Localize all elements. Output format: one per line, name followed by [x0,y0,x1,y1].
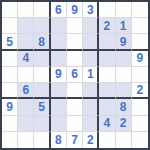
cell-r1c8[interactable] [116,2,132,18]
cell-r4c9[interactable]: 9 [132,51,148,67]
cell-r6c4[interactable] [51,83,67,99]
cell-r4c3[interactable] [34,51,50,67]
cell-r4c1[interactable] [2,51,18,67]
given-digit: 5 [6,36,13,48]
cell-r9c3[interactable] [34,132,50,148]
cell-r3c7[interactable] [99,34,115,50]
given-digit: 9 [6,101,13,113]
cell-r7c6[interactable] [83,99,99,115]
cell-r6c9[interactable]: 2 [132,83,148,99]
cell-r6c8[interactable] [116,83,132,99]
given-digit: 2 [120,117,127,129]
cell-r8c7[interactable]: 4 [99,116,115,132]
cell-r1c9[interactable] [132,2,148,18]
cell-r7c8[interactable]: 8 [116,99,132,115]
cell-r8c5[interactable] [67,116,83,132]
cell-r5c4[interactable]: 9 [51,67,67,83]
cell-r3c2[interactable] [18,34,34,50]
cell-r6c1[interactable] [2,83,18,99]
cell-r7c9[interactable] [132,99,148,115]
cell-r2c4[interactable] [51,18,67,34]
cell-r3c3[interactable]: 8 [34,34,50,50]
cell-r9c7[interactable] [99,132,115,148]
cell-r4c8[interactable] [116,51,132,67]
cell-r2c6[interactable] [83,18,99,34]
cell-r5c2[interactable] [18,67,34,83]
cell-r4c5[interactable] [67,51,83,67]
cell-r2c1[interactable] [2,18,18,34]
cell-r2c8[interactable]: 1 [116,18,132,34]
cell-r9c8[interactable] [116,132,132,148]
cell-r8c2[interactable] [18,116,34,132]
cell-r3c4[interactable] [51,34,67,50]
cell-r6c5[interactable] [67,83,83,99]
given-digit: 2 [87,134,94,146]
cell-r3c6[interactable] [83,34,99,50]
given-digit: 1 [87,68,94,80]
cell-r1c7[interactable] [99,2,115,18]
given-digit: 7 [71,134,78,146]
cell-r5c9[interactable] [132,67,148,83]
cell-r4c2[interactable]: 4 [18,51,34,67]
cell-r2c2[interactable] [18,18,34,34]
given-digit: 4 [22,52,29,64]
cell-r3c5[interactable] [67,34,83,50]
cell-r7c4[interactable] [51,99,67,115]
cell-r1c3[interactable] [34,2,50,18]
cell-r5c7[interactable] [99,67,115,83]
cell-r6c6[interactable] [83,83,99,99]
given-digit: 9 [55,68,62,80]
sudoku-board: 69321589499616295842872 [0,0,150,150]
cell-r7c3[interactable]: 5 [34,99,50,115]
cell-r9c6[interactable]: 2 [83,132,99,148]
cell-r1c4[interactable]: 6 [51,2,67,18]
cell-r3c1[interactable]: 5 [2,34,18,50]
cell-r5c6[interactable]: 1 [83,67,99,83]
cell-r8c9[interactable] [132,116,148,132]
cell-r2c7[interactable]: 2 [99,18,115,34]
given-digit: 9 [137,52,144,64]
cell-r8c6[interactable] [83,116,99,132]
cell-r7c5[interactable] [67,99,83,115]
cell-r5c5[interactable]: 6 [67,67,83,83]
cell-r4c7[interactable] [99,51,115,67]
cell-r9c1[interactable] [2,132,18,148]
given-digit: 9 [120,36,127,48]
given-digit: 6 [22,84,29,96]
cell-r4c4[interactable] [51,51,67,67]
given-digit: 6 [71,68,78,80]
cell-r9c4[interactable]: 8 [51,132,67,148]
cell-r1c2[interactable] [18,2,34,18]
cell-r8c4[interactable] [51,116,67,132]
cell-r6c7[interactable] [99,83,115,99]
given-digit: 5 [38,101,45,113]
cell-r1c1[interactable] [2,2,18,18]
cell-r5c3[interactable] [34,67,50,83]
cell-r2c9[interactable] [132,18,148,34]
cell-r9c2[interactable] [18,132,34,148]
given-digit: 3 [87,4,94,16]
given-digit: 9 [71,4,78,16]
cell-r7c1[interactable]: 9 [2,99,18,115]
cell-r5c1[interactable] [2,67,18,83]
cell-r1c6[interactable]: 3 [83,2,99,18]
cell-r5c8[interactable] [116,67,132,83]
cell-r2c3[interactable] [34,18,50,34]
cell-r6c2[interactable]: 6 [18,83,34,99]
cell-r1c5[interactable]: 9 [67,2,83,18]
given-digit: 2 [137,84,144,96]
cell-r9c5[interactable]: 7 [67,132,83,148]
cell-r8c8[interactable]: 2 [116,116,132,132]
cell-r7c7[interactable] [99,99,115,115]
cell-r6c3[interactable] [34,83,50,99]
given-digit: 6 [55,4,62,16]
cell-r7c2[interactable] [18,99,34,115]
given-digit: 4 [104,117,111,129]
cell-r4c6[interactable] [83,51,99,67]
given-digit: 2 [104,20,111,32]
cell-r3c8[interactable]: 9 [116,34,132,50]
cell-r2c5[interactable] [67,18,83,34]
cell-r9c9[interactable] [132,132,148,148]
given-digit: 8 [38,36,45,48]
given-digit: 1 [120,20,127,32]
given-digit: 8 [120,101,127,113]
cell-r3c9[interactable] [132,34,148,50]
given-digit: 8 [55,134,62,146]
cell-r8c1[interactable] [2,116,18,132]
cell-r8c3[interactable] [34,116,50,132]
